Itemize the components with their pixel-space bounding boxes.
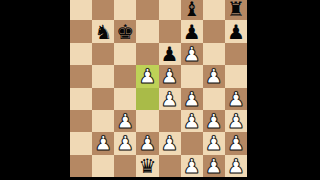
white-pawn[interactable]: ♟	[161, 133, 179, 153]
white-pawn[interactable]: ♟	[227, 111, 245, 131]
square-a6[interactable]	[70, 43, 92, 65]
square-b6[interactable]	[92, 43, 114, 65]
square-d6[interactable]	[136, 43, 158, 65]
square-h5[interactable]	[225, 65, 247, 87]
square-b7[interactable]: ♞	[92, 20, 114, 42]
square-d3[interactable]	[136, 110, 158, 132]
square-a1[interactable]	[70, 155, 92, 177]
letterbox-left	[0, 0, 70, 180]
screenshot-stage: ♝♜♞♚♟♟♟♟♟♟♟♟♟♟♟♟♟♟♟♟♟♟♟♟♛♟♟♟	[0, 0, 320, 180]
white-pawn[interactable]: ♟	[183, 111, 201, 131]
square-e7[interactable]	[159, 20, 181, 42]
white-pawn[interactable]: ♟	[116, 111, 134, 131]
black-rook[interactable]: ♜	[227, 0, 245, 19]
white-pawn[interactable]: ♟	[227, 155, 245, 175]
square-d7[interactable]	[136, 20, 158, 42]
square-b2[interactable]: ♟	[92, 132, 114, 154]
square-b3[interactable]	[92, 110, 114, 132]
square-b1[interactable]	[92, 155, 114, 177]
square-g1[interactable]: ♟	[203, 155, 225, 177]
square-h4[interactable]: ♟	[225, 88, 247, 110]
black-king[interactable]: ♚	[116, 21, 134, 41]
square-f2[interactable]	[181, 132, 203, 154]
square-e6[interactable]: ♟	[159, 43, 181, 65]
square-g2[interactable]: ♟	[203, 132, 225, 154]
black-pawn[interactable]: ♟	[183, 21, 201, 41]
square-f1[interactable]: ♟	[181, 155, 203, 177]
square-d5[interactable]: ♟	[136, 65, 158, 87]
black-queen[interactable]: ♛	[138, 155, 156, 175]
square-b8[interactable]	[92, 0, 114, 20]
square-g5[interactable]: ♟	[203, 65, 225, 87]
square-h8[interactable]: ♜	[225, 0, 247, 20]
white-pawn[interactable]: ♟	[205, 111, 223, 131]
square-g8[interactable]	[203, 0, 225, 20]
chess-board: ♝♜♞♚♟♟♟♟♟♟♟♟♟♟♟♟♟♟♟♟♟♟♟♟♛♟♟♟	[70, 0, 247, 177]
square-f3[interactable]: ♟	[181, 110, 203, 132]
letterbox-right	[247, 0, 320, 180]
black-knight[interactable]: ♞	[94, 21, 112, 41]
square-g3[interactable]: ♟	[203, 110, 225, 132]
square-e3[interactable]	[159, 110, 181, 132]
square-a4[interactable]	[70, 88, 92, 110]
square-c2[interactable]: ♟	[114, 132, 136, 154]
white-pawn[interactable]: ♟	[183, 155, 201, 175]
square-h7[interactable]: ♟	[225, 20, 247, 42]
square-a8[interactable]	[70, 0, 92, 20]
square-e4[interactable]: ♟	[159, 88, 181, 110]
white-pawn[interactable]: ♟	[138, 66, 156, 86]
square-b4[interactable]	[92, 88, 114, 110]
square-c3[interactable]: ♟	[114, 110, 136, 132]
square-c8[interactable]	[114, 0, 136, 20]
square-g6[interactable]	[203, 43, 225, 65]
square-f6[interactable]: ♟	[181, 43, 203, 65]
square-b5[interactable]	[92, 65, 114, 87]
square-h2[interactable]: ♟	[225, 132, 247, 154]
square-f4[interactable]: ♟	[181, 88, 203, 110]
black-bishop[interactable]: ♝	[183, 0, 201, 19]
white-pawn[interactable]: ♟	[205, 133, 223, 153]
square-a3[interactable]	[70, 110, 92, 132]
square-c6[interactable]	[114, 43, 136, 65]
square-f8[interactable]: ♝	[181, 0, 203, 20]
white-pawn[interactable]: ♟	[183, 88, 201, 108]
square-d8[interactable]	[136, 0, 158, 20]
white-pawn[interactable]: ♟	[227, 133, 245, 153]
white-pawn[interactable]: ♟	[205, 66, 223, 86]
square-c1[interactable]	[114, 155, 136, 177]
square-h1[interactable]: ♟	[225, 155, 247, 177]
white-pawn[interactable]: ♟	[116, 133, 134, 153]
square-d2[interactable]: ♟	[136, 132, 158, 154]
white-pawn[interactable]: ♟	[205, 155, 223, 175]
black-pawn[interactable]: ♟	[161, 43, 179, 63]
square-f7[interactable]: ♟	[181, 20, 203, 42]
square-c5[interactable]	[114, 65, 136, 87]
square-d1[interactable]: ♛	[136, 155, 158, 177]
white-pawn[interactable]: ♟	[94, 133, 112, 153]
white-pawn[interactable]: ♟	[138, 133, 156, 153]
square-e8[interactable]	[159, 0, 181, 20]
square-a5[interactable]	[70, 65, 92, 87]
square-a2[interactable]	[70, 132, 92, 154]
white-pawn[interactable]: ♟	[227, 88, 245, 108]
square-e2[interactable]: ♟	[159, 132, 181, 154]
square-a7[interactable]	[70, 20, 92, 42]
white-pawn[interactable]: ♟	[183, 43, 201, 63]
square-g4[interactable]	[203, 88, 225, 110]
square-g7[interactable]	[203, 20, 225, 42]
white-pawn[interactable]: ♟	[161, 88, 179, 108]
square-f5[interactable]	[181, 65, 203, 87]
square-c7[interactable]: ♚	[114, 20, 136, 42]
black-pawn[interactable]: ♟	[227, 21, 245, 41]
square-e1[interactable]	[159, 155, 181, 177]
square-h3[interactable]: ♟	[225, 110, 247, 132]
square-c4[interactable]	[114, 88, 136, 110]
square-e5[interactable]: ♟	[159, 65, 181, 87]
square-h6[interactable]	[225, 43, 247, 65]
square-d4[interactable]	[136, 88, 158, 110]
white-pawn[interactable]: ♟	[161, 66, 179, 86]
